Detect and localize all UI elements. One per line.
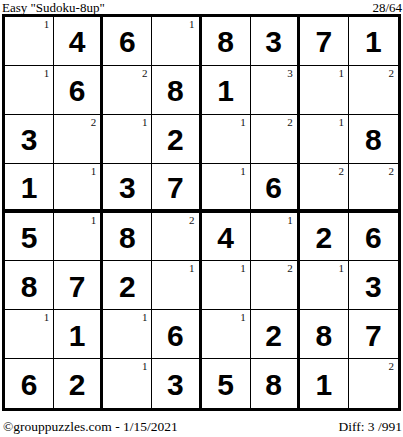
cell-r5c8: 6 bbox=[349, 213, 398, 262]
cell-r5c1: 5 bbox=[5, 213, 54, 262]
given-digit: 6 bbox=[119, 27, 136, 57]
corner-mark: 1 bbox=[142, 311, 148, 323]
cell-r2c5: 1 bbox=[202, 66, 251, 115]
puzzle-title: Easy "Sudoku-8up" bbox=[2, 1, 105, 14]
cell-r3c4: 2 bbox=[152, 115, 201, 164]
cell-r3c2: 2 bbox=[54, 115, 103, 164]
page-footer: ©grouppuzzles.com - 1/15/2021 Diff: 3 /9… bbox=[0, 418, 403, 434]
given-digit: 4 bbox=[217, 223, 234, 253]
cell-r2c3: 2 bbox=[103, 66, 152, 115]
given-digit: 6 bbox=[21, 370, 38, 400]
cell-r1c1: 1 bbox=[5, 17, 54, 66]
cell-r2c6: 3 bbox=[251, 66, 300, 115]
given-digit: 6 bbox=[167, 321, 184, 351]
given-digit: 2 bbox=[69, 370, 86, 400]
given-digit: 2 bbox=[119, 272, 136, 302]
corner-mark: 1 bbox=[338, 262, 344, 274]
copyright-text: ©grouppuzzles.com - 1/15/2021 bbox=[3, 420, 178, 434]
cell-r8c6: 8 bbox=[251, 359, 300, 408]
cell-r6c5: 1 bbox=[202, 261, 251, 310]
cell-r6c4: 1 bbox=[152, 261, 201, 310]
given-digit: 7 bbox=[167, 173, 184, 203]
cell-r5c6: 1 bbox=[251, 213, 300, 262]
cell-r7c3: 1 bbox=[103, 310, 152, 359]
cell-r1c3: 6 bbox=[103, 17, 152, 66]
cell-r2c7: 1 bbox=[300, 66, 349, 115]
given-digit: 1 bbox=[315, 370, 332, 400]
cell-r7c1: 1 bbox=[5, 310, 54, 359]
cell-r6c1: 8 bbox=[5, 261, 54, 310]
given-digit: 3 bbox=[365, 272, 382, 302]
corner-mark: 1 bbox=[44, 18, 50, 30]
given-digit: 2 bbox=[315, 223, 332, 253]
cell-r6c8: 3 bbox=[349, 261, 398, 310]
given-digit: 6 bbox=[265, 173, 282, 203]
cell-r5c3: 8 bbox=[103, 213, 152, 262]
corner-mark: 1 bbox=[240, 262, 246, 274]
given-digit: 8 bbox=[119, 223, 136, 253]
cell-r1c8: 1 bbox=[349, 17, 398, 66]
corner-mark: 2 bbox=[287, 116, 293, 128]
given-digit: 7 bbox=[69, 272, 86, 302]
cell-r7c6: 2 bbox=[251, 310, 300, 359]
given-digit: 6 bbox=[365, 223, 382, 253]
cell-r1c6: 3 bbox=[251, 17, 300, 66]
given-digit: 6 bbox=[69, 76, 86, 106]
corner-mark: 1 bbox=[44, 67, 50, 79]
corner-mark: 2 bbox=[338, 165, 344, 177]
corner-mark: 2 bbox=[389, 360, 395, 372]
cell-r6c6: 2 bbox=[251, 261, 300, 310]
given-digit: 8 bbox=[167, 76, 184, 106]
corner-mark: 1 bbox=[240, 311, 246, 323]
corner-mark: 1 bbox=[91, 214, 97, 226]
cell-r5c7: 2 bbox=[300, 213, 349, 262]
cell-r3c3: 1 bbox=[103, 115, 152, 164]
given-digit: 8 bbox=[21, 272, 38, 302]
puzzle-counter: 28/64 bbox=[372, 1, 402, 14]
cell-r4c5: 1 bbox=[202, 164, 251, 213]
given-digit: 2 bbox=[167, 125, 184, 155]
cell-r4c3: 3 bbox=[103, 164, 152, 213]
given-digit: 8 bbox=[315, 321, 332, 351]
cell-r6c2: 7 bbox=[54, 261, 103, 310]
cell-r7c5: 1 bbox=[202, 310, 251, 359]
cell-r2c1: 1 bbox=[5, 66, 54, 115]
cell-r7c7: 8 bbox=[300, 310, 349, 359]
given-digit: 1 bbox=[69, 321, 86, 351]
cell-r2c2: 6 bbox=[54, 66, 103, 115]
cell-r3c1: 3 bbox=[5, 115, 54, 164]
cell-r2c8: 2 bbox=[349, 66, 398, 115]
cell-r8c1: 6 bbox=[5, 359, 54, 408]
corner-mark: 1 bbox=[240, 165, 246, 177]
given-digit: 7 bbox=[315, 27, 332, 57]
cell-r4c2: 1 bbox=[54, 164, 103, 213]
cell-r4c6: 6 bbox=[251, 164, 300, 213]
corner-mark: 2 bbox=[287, 262, 293, 274]
corner-mark: 2 bbox=[389, 165, 395, 177]
corner-mark: 2 bbox=[91, 116, 97, 128]
cell-r7c2: 1 bbox=[54, 310, 103, 359]
cell-r4c1: 1 bbox=[5, 164, 54, 213]
corner-mark: 3 bbox=[287, 67, 293, 79]
sudoku-grid: 1461837116281312321212181137162251824126… bbox=[2, 14, 401, 411]
cell-r4c7: 2 bbox=[300, 164, 349, 213]
cell-r1c2: 4 bbox=[54, 17, 103, 66]
cell-r8c2: 2 bbox=[54, 359, 103, 408]
corner-mark: 1 bbox=[91, 165, 97, 177]
cell-r8c4: 3 bbox=[152, 359, 201, 408]
cell-r8c5: 5 bbox=[202, 359, 251, 408]
cell-r3c6: 2 bbox=[251, 115, 300, 164]
cell-r5c5: 4 bbox=[202, 213, 251, 262]
corner-mark: 1 bbox=[44, 311, 50, 323]
cell-r8c3: 1 bbox=[103, 359, 152, 408]
given-digit: 4 bbox=[69, 27, 86, 57]
cell-r3c5: 1 bbox=[202, 115, 251, 164]
given-digit: 5 bbox=[21, 223, 38, 253]
given-digit: 8 bbox=[365, 125, 382, 155]
given-digit: 1 bbox=[21, 173, 38, 203]
given-digit: 3 bbox=[21, 125, 38, 155]
cell-r6c7: 1 bbox=[300, 261, 349, 310]
given-digit: 3 bbox=[167, 370, 184, 400]
corner-mark: 1 bbox=[189, 262, 195, 274]
corner-mark: 1 bbox=[287, 214, 293, 226]
cell-r7c8: 7 bbox=[349, 310, 398, 359]
given-digit: 8 bbox=[217, 27, 234, 57]
given-digit: 1 bbox=[365, 27, 382, 57]
cell-r1c7: 7 bbox=[300, 17, 349, 66]
given-digit: 5 bbox=[217, 370, 234, 400]
cell-r3c7: 1 bbox=[300, 115, 349, 164]
cell-r4c8: 2 bbox=[349, 164, 398, 213]
cell-r5c2: 1 bbox=[54, 213, 103, 262]
cell-r4c4: 7 bbox=[152, 164, 201, 213]
cell-r8c8: 2 bbox=[349, 359, 398, 408]
corner-mark: 1 bbox=[338, 67, 344, 79]
given-digit: 1 bbox=[217, 76, 234, 106]
given-digit: 7 bbox=[365, 321, 382, 351]
page-header: Easy "Sudoku-8up" 28/64 bbox=[0, 0, 403, 14]
given-digit: 8 bbox=[265, 370, 282, 400]
difficulty-text: Diff: 3 /991 bbox=[339, 420, 403, 434]
corner-mark: 1 bbox=[142, 116, 148, 128]
cell-r8c7: 1 bbox=[300, 359, 349, 408]
corner-mark: 1 bbox=[189, 18, 195, 30]
corner-mark: 1 bbox=[240, 116, 246, 128]
corner-mark: 1 bbox=[338, 116, 344, 128]
given-digit: 3 bbox=[119, 173, 136, 203]
cell-r2c4: 8 bbox=[152, 66, 201, 115]
cell-r5c4: 2 bbox=[152, 213, 201, 262]
cell-r1c5: 8 bbox=[202, 17, 251, 66]
corner-mark: 2 bbox=[189, 214, 195, 226]
corner-mark: 2 bbox=[389, 67, 395, 79]
given-digit: 3 bbox=[265, 27, 282, 57]
cell-r3c8: 8 bbox=[349, 115, 398, 164]
given-digit: 2 bbox=[265, 321, 282, 351]
cell-r6c3: 2 bbox=[103, 261, 152, 310]
corner-mark: 2 bbox=[142, 67, 148, 79]
corner-mark: 1 bbox=[142, 360, 148, 372]
cell-r1c4: 1 bbox=[152, 17, 201, 66]
cell-r7c4: 6 bbox=[152, 310, 201, 359]
